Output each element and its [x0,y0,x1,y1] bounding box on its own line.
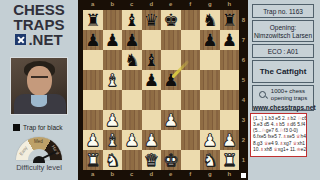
opening-label: Opening: [253,24,313,32]
square-d8: ♛ [142,10,162,30]
trap-name-box: The Catfight [252,60,314,83]
square-a2: ♟ [83,130,103,150]
file-label-top-e: e [161,1,181,7]
logo-x-icon [15,34,26,45]
file-label-top-h: h [220,1,240,7]
black-pawn-g7: ♟ [202,32,217,49]
square-h7: ♟ [220,30,240,50]
square-f2 [181,130,201,150]
white-pawn-b3: ♟ [105,112,120,129]
square-e3: ♟ [161,110,181,130]
rank-label-5: 5 [239,70,248,90]
presenter-collar [31,95,47,107]
square-b1: ♞ [103,150,123,170]
trap-number-box: Trap no. 1163 [252,4,314,18]
difficulty-gauge: Easy Med Hard [16,137,62,160]
square-c2: ♟ [122,130,142,150]
square-f1 [181,150,201,170]
black-bishop-c8: ♝ [124,12,139,29]
white-pawn-h2: ♟ [222,132,237,149]
square-b4 [103,90,123,110]
square-a4 [83,90,103,110]
black-knight-g8: ♞ [202,12,217,29]
square-g6 [200,50,220,70]
square-c4 [122,90,142,110]
square-c1 [122,150,142,170]
trap-side-label: Trap for black [23,124,63,131]
square-f8 [181,10,201,30]
square-a1: ♜ [83,150,103,170]
square-a5 [83,70,103,90]
eco-box: ECO : A01 [252,44,314,58]
black-knight-c6: ♞ [124,52,139,69]
magnifier-icon [259,91,268,100]
square-c6: ♞ [122,50,142,70]
square-b7: ♟ [103,30,123,50]
square-g7: ♟ [200,30,220,50]
square-a7: ♟ [83,30,103,50]
square-g5 [200,70,220,90]
chess-board-frame: ♜♝♛♚♞♜♟♟♟♟♟♞♝♝♟♟♟♟♟♝♟♟♟♟♜♞♛♚♞♜ aabbccdde… [78,0,248,180]
rank-label-6: 6 [239,50,248,70]
black-rook-a8: ♜ [85,12,100,29]
square-b8 [103,10,123,30]
square-c7: ♟ [122,30,142,50]
file-label-top-f: f [181,1,201,7]
rank-label-3: 3 [239,110,248,130]
file-label-bottom-g: g [200,171,220,177]
white-pawn-c2: ♟ [124,132,139,149]
square-f5 [181,70,201,90]
black-square-icon [13,124,20,131]
opening-name: Nimzowitsch Larsen [253,32,313,40]
chesstraps-logo: CHESS TRAPS .NET [0,2,78,47]
square-b6 [103,50,123,70]
black-pawn-b7: ♟ [105,32,120,49]
square-b5: ♝ [103,70,123,90]
promo-line2: opening traps [271,95,307,102]
website-url: www.chesstraps.net [253,104,313,111]
file-label-bottom-f: f [181,171,201,177]
square-h3 [220,110,240,130]
square-f4 [181,90,201,110]
file-label-bottom-a: a [83,171,103,177]
white-pawn-a2: ♟ [85,132,100,149]
square-a6 [83,50,103,70]
rank-label-1: 1 [239,150,248,170]
square-d6: ♝ [142,50,162,70]
black-pawn-c7: ♟ [124,32,139,49]
presenter-brow [31,76,48,78]
square-d1: ♛ [142,150,162,170]
square-d7 [142,30,162,50]
square-a8: ♜ [83,10,103,30]
white-bishop-b5: ♝ [105,72,120,89]
square-d5: ♟ [142,70,162,90]
white-bishop-b2: ♝ [105,132,120,149]
square-h2: ♟ [220,130,240,150]
file-label-bottom-c: c [122,171,142,177]
white-rook-h1: ♜ [222,152,237,169]
square-e7 [161,30,181,50]
white-rook-a1: ♜ [85,152,100,169]
file-label-bottom-e: e [161,171,181,177]
file-label-top-c: c [122,1,142,7]
file-label-top-b: b [103,1,123,7]
opening-box: Opening: Nimzowitsch Larsen [252,20,314,42]
black-rook-h8: ♜ [222,12,237,29]
square-h5 [220,70,240,90]
moves-line-6: 10.♗xh8 ♕xg1+ 11.♔e2 ♗g4+ [253,147,305,153]
difficulty-label: Difficulty level [0,163,78,172]
gauge-label-med: Med [34,140,43,145]
presenter-photo [10,57,68,115]
white-pawn-d2: ♟ [144,132,159,149]
square-e8: ♚ [161,10,181,30]
chess-board: ♜♝♛♚♞♜♟♟♟♟♟♞♝♝♟♟♟♟♟♝♟♟♟♟♜♞♛♚♞♜ [83,10,239,170]
rank-label-2: 2 [239,130,248,150]
square-e6 [161,50,181,70]
square-h1: ♜ [220,150,240,170]
logo-line1: CHESS [0,2,78,17]
square-e4 [161,90,181,110]
file-label-bottom-h: h [220,171,240,177]
square-f7 [181,30,201,50]
promo-line1: 1000+ chess [271,88,307,95]
white-king-e1: ♚ [163,152,178,169]
square-g8: ♞ [200,10,220,30]
square-b2: ♝ [103,130,123,150]
file-label-top-a: a [83,1,103,7]
logo-line2: TRAPS [0,17,78,32]
square-e1: ♚ [161,150,181,170]
file-label-top-g: g [200,1,220,7]
black-pawn-d5: ♟ [144,72,159,89]
file-label-bottom-d: d [142,171,162,177]
white-knight-b1: ♞ [105,152,120,169]
file-label-top-d: d [142,1,162,7]
square-c8: ♝ [122,10,142,30]
moves-notation-box: (1...) 1.b3 e5 2.♗b2 ♘c63.e3 d5 4.♗b5 ♗d… [250,113,307,157]
square-c5 [122,70,142,90]
file-label-bottom-b: b [103,171,123,177]
rank-label-4: 4 [239,90,248,110]
square-e2 [161,130,181,150]
square-h6 [220,50,240,70]
left-sidebar: CHESS TRAPS .NET Trap for black Easy Med… [0,0,78,180]
square-f3 [181,110,201,130]
square-b3: ♟ [103,110,123,130]
black-pawn-h7: ♟ [222,32,237,49]
rank-label-7: 7 [239,30,248,50]
black-pawn-a7: ♟ [85,32,100,49]
promo-box: 1000+ chess opening traps www.chesstraps… [252,85,314,111]
white-pawn-g2: ♟ [202,132,217,149]
trap-side-row: Trap for black [13,124,63,131]
presenter-face [27,66,52,96]
logo-suffix: .NET [28,32,62,47]
square-d4 [142,90,162,110]
white-pawn-e3: ♟ [163,112,178,129]
white-knight-g1: ♞ [202,152,217,169]
rank-label-8: 8 [239,10,248,30]
square-h4 [220,90,240,110]
black-king-e8: ♚ [163,12,178,29]
square-c3 [122,110,142,130]
info-panel: Trap no. 1163 Opening: Nimzowitsch Larse… [249,0,320,180]
square-d2: ♟ [142,130,162,150]
black-queen-d8: ♛ [144,12,159,29]
side-to-move-indicator [241,173,246,178]
square-g2: ♟ [200,130,220,150]
square-g3 [200,110,220,130]
white-queen-d1: ♛ [144,152,159,169]
black-bishop-d6: ♝ [144,52,159,69]
square-g1: ♞ [200,150,220,170]
square-h8: ♜ [220,10,240,30]
gauge-hub [33,156,45,163]
square-d3 [142,110,162,130]
square-g4 [200,90,220,110]
square-a3 [83,110,103,130]
